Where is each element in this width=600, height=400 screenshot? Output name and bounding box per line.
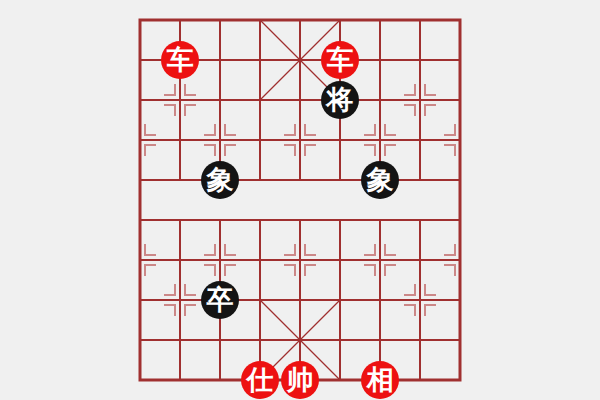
black-general[interactable]: 将 (321, 81, 359, 119)
red-elephant[interactable]: 相 (361, 361, 399, 399)
black-soldier[interactable]: 卒 (201, 281, 239, 319)
page-background: 车车将象象卒仕帅相 (0, 0, 600, 400)
red-general[interactable]: 帅 (281, 361, 319, 399)
pieces-layer: 车车将象象卒仕帅相 (120, 0, 480, 400)
red-chariot-right[interactable]: 车 (321, 41, 359, 79)
red-chariot-left[interactable]: 车 (161, 41, 199, 79)
black-elephant-left[interactable]: 象 (201, 161, 239, 199)
red-advisor[interactable]: 仕 (241, 361, 279, 399)
black-elephant-right[interactable]: 象 (361, 161, 399, 199)
xiangqi-board[interactable]: 车车将象象卒仕帅相 (120, 0, 480, 400)
